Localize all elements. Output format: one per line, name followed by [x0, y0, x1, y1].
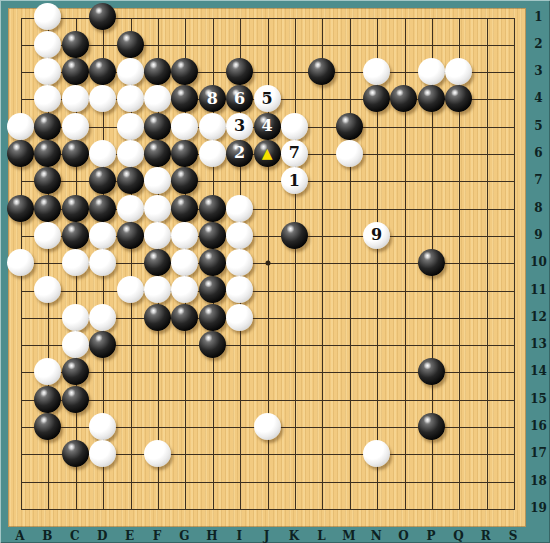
intersection[interactable]	[418, 85, 445, 112]
intersection[interactable]	[500, 140, 527, 167]
intersection[interactable]	[144, 304, 171, 331]
intersection[interactable]	[445, 167, 472, 194]
intersection[interactable]	[445, 276, 472, 303]
intersection[interactable]	[281, 85, 308, 112]
intersection[interactable]	[226, 249, 253, 276]
intersection[interactable]	[253, 495, 280, 522]
intersection[interactable]	[281, 3, 308, 30]
intersection[interactable]	[34, 385, 61, 412]
intersection[interactable]	[390, 113, 417, 140]
intersection[interactable]	[116, 304, 143, 331]
intersection[interactable]	[308, 304, 335, 331]
intersection[interactable]	[363, 440, 390, 467]
intersection[interactable]	[445, 3, 472, 30]
intersection[interactable]	[390, 58, 417, 85]
intersection[interactable]	[445, 140, 472, 167]
intersection[interactable]	[116, 249, 143, 276]
intersection[interactable]	[7, 194, 34, 221]
intersection[interactable]	[253, 31, 280, 58]
intersection[interactable]	[308, 467, 335, 494]
intersection[interactable]	[390, 140, 417, 167]
intersection[interactable]: 2	[226, 140, 253, 167]
intersection[interactable]	[281, 495, 308, 522]
intersection[interactable]	[7, 385, 34, 412]
intersection[interactable]	[171, 413, 198, 440]
intersection[interactable]	[418, 113, 445, 140]
intersection[interactable]	[144, 167, 171, 194]
intersection[interactable]	[308, 222, 335, 249]
intersection[interactable]	[7, 3, 34, 30]
intersection[interactable]	[171, 167, 198, 194]
intersection[interactable]	[390, 304, 417, 331]
intersection[interactable]	[500, 358, 527, 385]
intersection[interactable]	[281, 331, 308, 358]
intersection[interactable]	[144, 467, 171, 494]
intersection[interactable]	[336, 358, 363, 385]
intersection[interactable]	[253, 385, 280, 412]
intersection[interactable]	[390, 167, 417, 194]
intersection[interactable]	[7, 440, 34, 467]
intersection[interactable]	[500, 194, 527, 221]
intersection[interactable]	[7, 467, 34, 494]
intersection[interactable]	[500, 385, 527, 412]
intersection[interactable]	[445, 413, 472, 440]
intersection[interactable]	[336, 385, 363, 412]
intersection[interactable]	[89, 222, 116, 249]
intersection[interactable]	[226, 467, 253, 494]
intersection[interactable]	[199, 31, 226, 58]
intersection[interactable]	[144, 58, 171, 85]
intersection[interactable]	[390, 495, 417, 522]
intersection[interactable]	[7, 222, 34, 249]
intersection[interactable]	[445, 222, 472, 249]
intersection[interactable]	[363, 358, 390, 385]
intersection[interactable]	[390, 194, 417, 221]
intersection[interactable]	[34, 495, 61, 522]
go-board[interactable]: 865342▲719	[8, 8, 526, 527]
intersection[interactable]	[308, 3, 335, 30]
intersection[interactable]	[34, 413, 61, 440]
intersection[interactable]	[89, 167, 116, 194]
intersection[interactable]	[116, 3, 143, 30]
intersection[interactable]	[500, 249, 527, 276]
intersection[interactable]	[171, 140, 198, 167]
intersection[interactable]	[363, 304, 390, 331]
intersection[interactable]	[62, 3, 89, 30]
intersection[interactable]	[472, 276, 499, 303]
intersection[interactable]	[62, 467, 89, 494]
intersection[interactable]	[253, 467, 280, 494]
intersection[interactable]	[171, 467, 198, 494]
intersection[interactable]	[34, 440, 61, 467]
intersection[interactable]	[116, 113, 143, 140]
intersection[interactable]	[390, 276, 417, 303]
intersection[interactable]	[363, 3, 390, 30]
intersection[interactable]	[116, 467, 143, 494]
intersection[interactable]	[445, 31, 472, 58]
intersection[interactable]	[281, 249, 308, 276]
intersection[interactable]	[226, 3, 253, 30]
intersection[interactable]: 8	[199, 85, 226, 112]
intersection[interactable]	[281, 113, 308, 140]
intersection[interactable]	[445, 304, 472, 331]
intersection[interactable]	[34, 222, 61, 249]
intersection[interactable]	[390, 85, 417, 112]
intersection[interactable]	[336, 495, 363, 522]
intersection[interactable]	[363, 276, 390, 303]
intersection[interactable]	[7, 140, 34, 167]
intersection[interactable]	[336, 440, 363, 467]
intersection[interactable]	[445, 58, 472, 85]
intersection[interactable]	[199, 331, 226, 358]
intersection[interactable]	[89, 31, 116, 58]
intersection[interactable]	[199, 276, 226, 303]
intersection[interactable]	[390, 3, 417, 30]
intersection[interactable]	[308, 385, 335, 412]
intersection[interactable]	[7, 249, 34, 276]
intersection[interactable]	[336, 222, 363, 249]
intersection[interactable]	[308, 140, 335, 167]
intersection[interactable]	[89, 140, 116, 167]
intersection[interactable]	[171, 358, 198, 385]
intersection[interactable]	[253, 413, 280, 440]
intersection[interactable]	[144, 331, 171, 358]
intersection[interactable]	[89, 194, 116, 221]
intersection[interactable]	[418, 31, 445, 58]
intersection[interactable]	[363, 385, 390, 412]
intersection[interactable]	[500, 113, 527, 140]
intersection[interactable]	[116, 276, 143, 303]
intersection[interactable]	[308, 495, 335, 522]
intersection[interactable]	[390, 385, 417, 412]
intersection[interactable]	[7, 331, 34, 358]
intersection[interactable]	[281, 413, 308, 440]
intersection[interactable]	[418, 495, 445, 522]
intersection[interactable]	[253, 167, 280, 194]
intersection[interactable]	[171, 3, 198, 30]
intersection[interactable]	[116, 31, 143, 58]
intersection[interactable]	[116, 194, 143, 221]
intersection[interactable]	[199, 249, 226, 276]
intersection[interactable]	[500, 276, 527, 303]
intersection[interactable]	[363, 249, 390, 276]
intersection[interactable]	[116, 331, 143, 358]
intersection[interactable]	[363, 413, 390, 440]
intersection[interactable]	[226, 276, 253, 303]
intersection[interactable]	[144, 31, 171, 58]
intersection[interactable]	[472, 3, 499, 30]
intersection[interactable]	[500, 413, 527, 440]
intersection[interactable]	[445, 495, 472, 522]
intersection[interactable]	[34, 331, 61, 358]
intersection[interactable]	[336, 167, 363, 194]
intersection[interactable]	[7, 276, 34, 303]
intersection[interactable]	[390, 467, 417, 494]
intersection[interactable]	[390, 358, 417, 385]
intersection[interactable]	[281, 194, 308, 221]
intersection[interactable]	[144, 413, 171, 440]
intersection[interactable]	[253, 58, 280, 85]
intersection[interactable]	[144, 3, 171, 30]
intersection[interactable]	[116, 167, 143, 194]
intersection[interactable]	[472, 467, 499, 494]
intersection[interactable]	[418, 140, 445, 167]
intersection[interactable]: 7	[281, 140, 308, 167]
intersection[interactable]	[171, 385, 198, 412]
intersection[interactable]	[308, 85, 335, 112]
intersection[interactable]	[171, 440, 198, 467]
intersection[interactable]	[445, 385, 472, 412]
intersection[interactable]	[171, 331, 198, 358]
intersection[interactable]	[171, 495, 198, 522]
intersection[interactable]	[89, 413, 116, 440]
intersection[interactable]	[34, 85, 61, 112]
intersection[interactable]	[418, 304, 445, 331]
intersection[interactable]	[418, 440, 445, 467]
intersection[interactable]	[253, 440, 280, 467]
intersection[interactable]	[199, 467, 226, 494]
intersection[interactable]	[62, 440, 89, 467]
intersection[interactable]	[116, 413, 143, 440]
intersection[interactable]	[281, 222, 308, 249]
intersection[interactable]	[390, 249, 417, 276]
intersection[interactable]	[472, 413, 499, 440]
intersection[interactable]	[445, 331, 472, 358]
intersection[interactable]	[89, 304, 116, 331]
intersection[interactable]	[7, 85, 34, 112]
intersection[interactable]	[418, 413, 445, 440]
intersection[interactable]	[34, 304, 61, 331]
intersection[interactable]	[308, 440, 335, 467]
intersection[interactable]	[281, 385, 308, 412]
intersection[interactable]	[308, 413, 335, 440]
intersection[interactable]	[500, 440, 527, 467]
intersection[interactable]	[418, 467, 445, 494]
intersection[interactable]	[62, 385, 89, 412]
intersection[interactable]	[472, 58, 499, 85]
intersection[interactable]	[418, 276, 445, 303]
intersection[interactable]	[226, 495, 253, 522]
intersection[interactable]	[7, 495, 34, 522]
intersection[interactable]	[390, 31, 417, 58]
intersection[interactable]	[144, 276, 171, 303]
intersection[interactable]	[199, 167, 226, 194]
intersection[interactable]	[336, 331, 363, 358]
intersection[interactable]	[308, 167, 335, 194]
intersection[interactable]	[62, 113, 89, 140]
intersection[interactable]	[34, 276, 61, 303]
intersection[interactable]	[89, 249, 116, 276]
intersection[interactable]	[226, 385, 253, 412]
intersection[interactable]	[199, 194, 226, 221]
intersection[interactable]	[226, 358, 253, 385]
intersection[interactable]	[445, 85, 472, 112]
intersection[interactable]	[472, 167, 499, 194]
intersection[interactable]	[62, 194, 89, 221]
intersection[interactable]: ▲	[253, 140, 280, 167]
intersection[interactable]	[336, 58, 363, 85]
intersection[interactable]	[144, 140, 171, 167]
intersection[interactable]	[445, 249, 472, 276]
intersection[interactable]	[500, 467, 527, 494]
intersection[interactable]	[336, 31, 363, 58]
intersection[interactable]	[445, 194, 472, 221]
intersection[interactable]	[226, 331, 253, 358]
intersection[interactable]	[171, 31, 198, 58]
intersection[interactable]	[390, 440, 417, 467]
intersection[interactable]	[281, 276, 308, 303]
intersection[interactable]	[62, 495, 89, 522]
intersection[interactable]	[336, 413, 363, 440]
intersection[interactable]	[472, 304, 499, 331]
intersection[interactable]	[281, 31, 308, 58]
intersection[interactable]	[62, 276, 89, 303]
intersection[interactable]	[418, 358, 445, 385]
intersection[interactable]	[62, 167, 89, 194]
intersection[interactable]	[34, 58, 61, 85]
intersection[interactable]	[199, 113, 226, 140]
intersection[interactable]	[363, 167, 390, 194]
intersection[interactable]	[89, 276, 116, 303]
intersection[interactable]	[199, 140, 226, 167]
intersection[interactable]	[226, 58, 253, 85]
intersection[interactable]	[62, 222, 89, 249]
intersection[interactable]	[171, 113, 198, 140]
intersection[interactable]	[7, 58, 34, 85]
intersection[interactable]	[418, 3, 445, 30]
intersection[interactable]	[336, 194, 363, 221]
intersection[interactable]	[308, 31, 335, 58]
intersection[interactable]	[336, 140, 363, 167]
intersection[interactable]	[199, 358, 226, 385]
intersection[interactable]	[500, 222, 527, 249]
intersection[interactable]: 9	[363, 222, 390, 249]
intersection[interactable]	[445, 467, 472, 494]
intersection[interactable]	[472, 194, 499, 221]
intersection[interactable]	[418, 194, 445, 221]
intersection[interactable]	[34, 113, 61, 140]
intersection[interactable]	[199, 440, 226, 467]
intersection[interactable]	[308, 331, 335, 358]
intersection[interactable]	[336, 249, 363, 276]
intersection[interactable]	[226, 31, 253, 58]
intersection[interactable]	[253, 249, 280, 276]
intersection[interactable]	[89, 385, 116, 412]
intersection[interactable]	[336, 85, 363, 112]
intersection[interactable]	[308, 58, 335, 85]
intersection[interactable]	[34, 194, 61, 221]
intersection[interactable]	[34, 249, 61, 276]
intersection[interactable]	[500, 331, 527, 358]
intersection[interactable]	[445, 113, 472, 140]
intersection[interactable]	[253, 194, 280, 221]
intersection[interactable]	[472, 222, 499, 249]
intersection[interactable]	[281, 358, 308, 385]
intersection[interactable]	[116, 58, 143, 85]
intersection[interactable]	[7, 113, 34, 140]
intersection[interactable]	[199, 58, 226, 85]
intersection[interactable]	[62, 58, 89, 85]
intersection[interactable]	[336, 113, 363, 140]
intersection[interactable]	[363, 194, 390, 221]
intersection[interactable]	[144, 85, 171, 112]
intersection[interactable]	[62, 358, 89, 385]
intersection[interactable]	[472, 249, 499, 276]
intersection[interactable]	[363, 31, 390, 58]
intersection[interactable]	[34, 31, 61, 58]
intersection[interactable]	[144, 440, 171, 467]
intersection[interactable]	[363, 495, 390, 522]
intersection[interactable]: 4	[253, 113, 280, 140]
intersection[interactable]	[226, 304, 253, 331]
intersection[interactable]	[363, 467, 390, 494]
intersection[interactable]	[62, 249, 89, 276]
intersection[interactable]	[144, 222, 171, 249]
intersection[interactable]	[418, 331, 445, 358]
intersection[interactable]	[62, 140, 89, 167]
intersection[interactable]	[281, 58, 308, 85]
intersection[interactable]	[34, 140, 61, 167]
intersection[interactable]	[7, 31, 34, 58]
intersection[interactable]	[144, 358, 171, 385]
intersection[interactable]	[116, 85, 143, 112]
intersection[interactable]	[116, 140, 143, 167]
intersection[interactable]	[199, 304, 226, 331]
intersection[interactable]	[253, 358, 280, 385]
intersection[interactable]	[253, 276, 280, 303]
intersection[interactable]	[171, 194, 198, 221]
intersection[interactable]	[226, 222, 253, 249]
intersection[interactable]	[445, 440, 472, 467]
intersection[interactable]	[171, 58, 198, 85]
intersection[interactable]	[308, 249, 335, 276]
intersection[interactable]	[253, 331, 280, 358]
intersection[interactable]	[34, 358, 61, 385]
intersection[interactable]	[199, 495, 226, 522]
intersection[interactable]	[253, 304, 280, 331]
intersection[interactable]	[144, 249, 171, 276]
intersection[interactable]	[226, 440, 253, 467]
intersection[interactable]	[144, 113, 171, 140]
intersection[interactable]	[171, 85, 198, 112]
intersection[interactable]	[336, 3, 363, 30]
intersection[interactable]	[500, 58, 527, 85]
intersection[interactable]	[281, 304, 308, 331]
intersection[interactable]: 5	[253, 85, 280, 112]
intersection[interactable]	[144, 385, 171, 412]
intersection[interactable]	[171, 249, 198, 276]
intersection[interactable]	[472, 440, 499, 467]
intersection[interactable]	[472, 385, 499, 412]
intersection[interactable]	[199, 413, 226, 440]
intersection[interactable]	[281, 467, 308, 494]
intersection[interactable]	[226, 167, 253, 194]
intersection[interactable]	[500, 167, 527, 194]
intersection[interactable]	[34, 467, 61, 494]
intersection[interactable]	[418, 58, 445, 85]
intersection[interactable]	[116, 358, 143, 385]
intersection[interactable]	[418, 249, 445, 276]
intersection[interactable]	[472, 358, 499, 385]
intersection[interactable]	[62, 413, 89, 440]
intersection[interactable]	[89, 331, 116, 358]
intersection[interactable]	[199, 3, 226, 30]
intersection[interactable]	[390, 331, 417, 358]
intersection[interactable]	[62, 85, 89, 112]
intersection[interactable]	[144, 495, 171, 522]
intersection[interactable]	[116, 495, 143, 522]
intersection[interactable]	[144, 194, 171, 221]
